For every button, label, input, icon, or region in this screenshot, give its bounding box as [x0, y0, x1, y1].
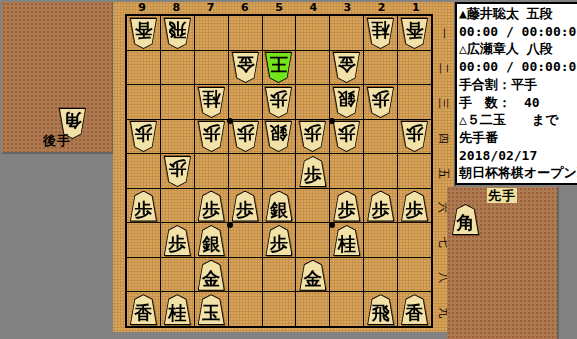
info-line: △５二玉 まで [459, 111, 577, 129]
piece-glyph: 香 [134, 19, 152, 39]
piece-glyph: 飛 [168, 19, 186, 39]
piece-glyph: 歩 [304, 166, 322, 186]
file-label: 6 [228, 2, 262, 14]
piece-glyph: 香 [406, 304, 424, 324]
sente-piece-歩[interactable]: 歩 [367, 191, 394, 222]
piece-glyph: 歩 [236, 122, 254, 142]
gote-piece-歩[interactable]: 歩 [401, 121, 428, 152]
info-line: 先手番 [459, 129, 577, 147]
board-square-39[interactable] [330, 292, 363, 326]
board-square-74[interactable]: 歩 [195, 120, 228, 154]
board-square-89[interactable]: 桂 [161, 292, 194, 326]
board-square-35[interactable] [330, 154, 363, 188]
piece-glyph: 歩 [270, 88, 288, 108]
board-square-92[interactable] [127, 51, 160, 85]
gote-piece-香[interactable]: 香 [130, 18, 157, 49]
board-square-52[interactable]: 王 [263, 51, 296, 85]
board-square-94[interactable]: 歩 [127, 120, 160, 154]
sente-piece-桂[interactable]: 桂 [164, 294, 191, 325]
board-square-98[interactable] [127, 258, 160, 292]
board-square-25[interactable] [364, 154, 397, 188]
gote-piece-歩[interactable]: 歩 [333, 121, 360, 152]
sente-hand-tray: 先手 角 [447, 187, 559, 339]
file-label: 7 [193, 2, 227, 14]
board-square-38[interactable] [330, 258, 363, 292]
piece-glyph: 銀 [270, 122, 288, 142]
sente-piece-飛[interactable]: 飛 [367, 294, 394, 325]
board-square-88[interactable] [161, 258, 194, 292]
board-square-72[interactable] [195, 51, 228, 85]
piece-glyph: 金 [236, 53, 254, 73]
piece-glyph: 桂 [202, 88, 220, 108]
file-label: 2 [365, 2, 399, 14]
board-square-76[interactable]: 歩 [195, 189, 228, 223]
board-square-56[interactable]: 銀 [263, 189, 296, 223]
piece-glyph: 香 [134, 304, 152, 324]
star-point [227, 118, 233, 124]
file-label: 8 [159, 2, 193, 14]
board-square-33[interactable]: 銀 [330, 85, 363, 119]
piece-glyph: 歩 [372, 201, 390, 221]
info-line: 手合割：平手 [459, 76, 577, 94]
board-square-51[interactable] [263, 16, 296, 50]
gote-label: 後手 [2, 132, 112, 150]
board-square-62[interactable]: 金 [229, 51, 262, 85]
board-square-84[interactable] [161, 120, 194, 154]
board-square-85[interactable]: 歩 [161, 154, 194, 188]
info-line: ▲藤井聡太 五段 [459, 5, 577, 23]
board-square-16[interactable]: 歩 [398, 189, 431, 223]
info-line: △広瀬章人 八段 [459, 40, 577, 58]
board-square-22[interactable] [364, 51, 397, 85]
sente-piece-玉[interactable]: 玉 [198, 294, 225, 325]
info-line: 00:00 / 00:00:00 [459, 23, 577, 41]
gote-hand-tray: 角 後手 [2, 2, 114, 154]
board-square-95[interactable] [127, 154, 160, 188]
board-square-32[interactable]: 金 [330, 51, 363, 85]
sente-piece-歩[interactable]: 歩 [130, 191, 157, 222]
piece-glyph: 歩 [202, 201, 220, 221]
board-square-49[interactable] [296, 292, 329, 326]
piece-glyph: 歩 [270, 235, 288, 255]
board-square-75[interactable] [195, 154, 228, 188]
gote-piece-桂[interactable]: 桂 [198, 87, 225, 118]
board-square-17[interactable] [398, 223, 431, 257]
board-square-28[interactable] [364, 258, 397, 292]
board-square-45[interactable]: 歩 [296, 154, 329, 188]
board-square-31[interactable] [330, 16, 363, 50]
gote-piece-歩[interactable]: 歩 [367, 87, 394, 118]
piece-glyph: 歩 [134, 201, 152, 221]
board-square-24[interactable] [364, 120, 397, 154]
board-square-37[interactable]: 桂 [330, 223, 363, 257]
piece-glyph: 歩 [168, 157, 186, 177]
board-square-64[interactable]: 歩 [229, 120, 262, 154]
info-line: 朝日杯将棋オープン戦 [459, 164, 577, 182]
piece-glyph: 香 [406, 19, 424, 39]
sente-piece-銀[interactable]: 銀 [265, 191, 292, 222]
board-square-83[interactable] [161, 85, 194, 119]
board-square-67[interactable] [229, 223, 262, 257]
board-square-27[interactable] [364, 223, 397, 257]
shogi-app-window: 角 後手 987654321 一二三四五六七八九 香飛桂香金王金桂歩銀歩歩歩歩銀… [0, 0, 577, 339]
gote-piece-香[interactable]: 香 [401, 18, 428, 49]
gote-piece-金[interactable]: 金 [232, 52, 259, 83]
board-square-77[interactable]: 銀 [195, 223, 228, 257]
rank-label: 五 [435, 156, 451, 191]
board-square-11[interactable]: 香 [398, 16, 431, 50]
sente-piece-歩[interactable]: 歩 [401, 191, 428, 222]
piece-glyph: 歩 [406, 201, 424, 221]
board-square-15[interactable] [398, 154, 431, 188]
piece-glyph: 角 [64, 109, 82, 129]
info-line: 00:00 / 00:00:00 [459, 58, 577, 76]
board-square-66[interactable]: 歩 [229, 189, 262, 223]
board-square-68[interactable] [229, 258, 262, 292]
gote-piece-歩[interactable]: 歩 [164, 156, 191, 187]
board-square-82[interactable] [161, 51, 194, 85]
piece-glyph: 桂 [168, 304, 186, 324]
board-square-54[interactable]: 銀 [263, 120, 296, 154]
piece-body: 歩 [266, 88, 291, 117]
piece-glyph: 銀 [270, 201, 288, 221]
board-square-79[interactable]: 玉 [195, 292, 228, 326]
board-square-78[interactable]: 金 [195, 258, 228, 292]
board-square-34[interactable]: 歩 [330, 120, 363, 154]
board-square-91[interactable]: 香 [127, 16, 160, 50]
piece-glyph: 歩 [338, 122, 356, 142]
board-square-55[interactable] [263, 154, 296, 188]
piece-glyph: 金 [202, 270, 220, 290]
piece-glyph: 玉 [202, 304, 220, 324]
board-square-86[interactable] [161, 189, 194, 223]
piece-glyph: 歩 [168, 235, 186, 255]
piece-glyph: 角 [457, 214, 475, 234]
gote-piece-歩[interactable]: 歩 [130, 121, 157, 152]
board-square-65[interactable] [229, 154, 262, 188]
file-labels: 987654321 [125, 2, 433, 14]
board-square-43[interactable] [296, 85, 329, 119]
info-line: 手 数： 40 [459, 94, 577, 112]
star-point [329, 118, 335, 124]
file-label: 4 [296, 2, 330, 14]
piece-glyph: 歩 [236, 201, 254, 221]
board-square-48[interactable]: 金 [296, 258, 329, 292]
board-square-13[interactable] [398, 85, 431, 119]
board-square-42[interactable] [296, 51, 329, 85]
rank-label: 一 [435, 16, 451, 51]
piece-glyph: 歩 [338, 201, 356, 221]
piece-glyph: 銀 [202, 235, 220, 255]
game-info-panel: ▲藤井聡太 五段00:00 / 00:00:00△広瀬章人 八段00:00 / … [455, 2, 577, 185]
board-square-69[interactable] [229, 292, 262, 326]
piece-glyph: 桂 [372, 19, 390, 39]
piece-glyph: 歩 [134, 122, 152, 142]
file-label: 3 [330, 2, 364, 14]
file-label: 1 [399, 2, 433, 14]
sente-piece-銀[interactable]: 銀 [198, 225, 225, 256]
board-square-81[interactable]: 飛 [161, 16, 194, 50]
sente-piece-角[interactable]: 角 [452, 204, 479, 235]
rank-label: 二 [435, 51, 451, 86]
sente-piece-歩[interactable]: 歩 [232, 191, 259, 222]
board-square-26[interactable]: 歩 [364, 189, 397, 223]
gote-piece-歩[interactable]: 歩 [265, 87, 292, 118]
rank-label: 三 [435, 86, 451, 121]
sente-label: 先手 [447, 187, 557, 205]
piece-glyph: 桂 [338, 235, 356, 255]
board-square-71[interactable] [195, 16, 228, 50]
board-square-96[interactable]: 歩 [127, 189, 160, 223]
gote-piece-王[interactable]: 王 [265, 52, 292, 83]
board-square-59[interactable] [263, 292, 296, 326]
board-square-14[interactable]: 歩 [398, 120, 431, 154]
board-square-21[interactable]: 桂 [364, 16, 397, 50]
file-label: 5 [262, 2, 296, 14]
board-square-58[interactable] [263, 258, 296, 292]
board-square-53[interactable]: 歩 [263, 85, 296, 119]
board-panel: 987654321 一二三四五六七八九 香飛桂香金王金桂歩銀歩歩歩歩銀歩歩歩歩歩… [113, 2, 456, 332]
board-square-29[interactable]: 飛 [364, 292, 397, 326]
gote-piece-歩[interactable]: 歩 [299, 121, 326, 152]
gote-piece-銀[interactable]: 銀 [333, 87, 360, 118]
piece-glyph: 歩 [304, 122, 322, 142]
file-label: 9 [125, 2, 159, 14]
gote-piece-銀[interactable]: 銀 [265, 121, 292, 152]
sente-piece-歩[interactable]: 歩 [299, 156, 326, 187]
sente-piece-金[interactable]: 金 [198, 260, 225, 291]
board-square-12[interactable] [398, 51, 431, 85]
board-square-19[interactable]: 香 [398, 292, 431, 326]
sente-piece-香[interactable]: 香 [401, 294, 428, 325]
board-square-57[interactable]: 歩 [263, 223, 296, 257]
board-square-87[interactable]: 歩 [161, 223, 194, 257]
board-square-97[interactable] [127, 223, 160, 257]
piece-glyph: 歩 [406, 122, 424, 142]
gote-piece-飛[interactable]: 飛 [164, 18, 191, 49]
board-square-36[interactable]: 歩 [330, 189, 363, 223]
piece-glyph: 金 [338, 53, 356, 73]
board-square-47[interactable] [296, 223, 329, 257]
star-point [227, 222, 233, 228]
gote-piece-歩[interactable]: 歩 [232, 121, 259, 152]
board-square-61[interactable] [229, 16, 262, 50]
board-square-46[interactable] [296, 189, 329, 223]
board-square-93[interactable] [127, 85, 160, 119]
board-square-99[interactable]: 香 [127, 292, 160, 326]
board-square-73[interactable]: 桂 [195, 85, 228, 119]
star-point [329, 222, 335, 228]
rank-label: 四 [435, 121, 451, 156]
shogi-board: 香飛桂香金王金桂歩銀歩歩歩歩銀歩歩歩歩歩歩歩歩銀歩歩歩歩銀歩桂金金香桂玉飛香 [125, 14, 433, 328]
board-square-63[interactable] [229, 85, 262, 119]
sente-piece-金[interactable]: 金 [299, 260, 326, 291]
gote-piece-歩[interactable]: 歩 [198, 121, 225, 152]
board-square-44[interactable]: 歩 [296, 120, 329, 154]
sente-piece-歩[interactable]: 歩 [333, 191, 360, 222]
piece-glyph: 王 [270, 53, 288, 73]
piece-glyph: 歩 [202, 122, 220, 142]
piece-glyph: 金 [304, 270, 322, 290]
sente-piece-歩[interactable]: 歩 [265, 225, 292, 256]
board-square-23[interactable]: 歩 [364, 85, 397, 119]
board-square-41[interactable] [296, 16, 329, 50]
board-square-18[interactable] [398, 258, 431, 292]
info-line: 2018/02/17 [459, 147, 577, 165]
piece-glyph: 歩 [372, 88, 390, 108]
piece-glyph: 飛 [372, 304, 390, 324]
piece-glyph: 銀 [338, 88, 356, 108]
sente-piece-歩[interactable]: 歩 [198, 191, 225, 222]
sente-piece-歩[interactable]: 歩 [164, 225, 191, 256]
gote-piece-金[interactable]: 金 [333, 52, 360, 83]
gote-piece-桂[interactable]: 桂 [367, 18, 394, 49]
sente-piece-桂[interactable]: 桂 [333, 225, 360, 256]
sente-piece-香[interactable]: 香 [130, 294, 157, 325]
